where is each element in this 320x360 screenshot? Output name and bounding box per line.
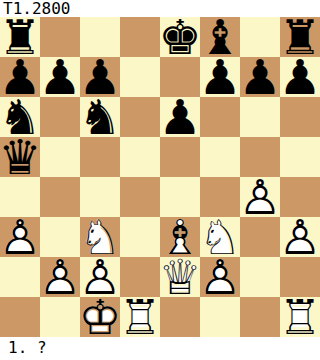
square-e1[interactable]: [160, 297, 200, 337]
white-pawn: ♙: [240, 177, 280, 217]
black-rook: ♜: [0, 17, 40, 57]
white-pawn-fill: ♟: [80, 257, 120, 297]
square-h6[interactable]: [280, 97, 320, 137]
square-b3[interactable]: [40, 217, 80, 257]
square-c5[interactable]: [80, 137, 120, 177]
square-b8[interactable]: [40, 17, 80, 57]
square-a2[interactable]: [0, 257, 40, 297]
black-bishop: ♝: [200, 17, 240, 57]
black-pawn: ♟: [40, 57, 80, 97]
black-knight: ♞: [80, 97, 120, 137]
square-b2[interactable]: ♟♙: [40, 257, 80, 297]
white-knight: ♘: [200, 217, 240, 257]
square-e4[interactable]: [160, 177, 200, 217]
white-queen: ♕: [160, 257, 200, 297]
square-e7[interactable]: [160, 57, 200, 97]
white-pawn-fill: ♟: [240, 177, 280, 217]
square-h1[interactable]: ♜♖: [280, 297, 320, 337]
black-pawn: ♟: [200, 57, 240, 97]
square-g2[interactable]: [240, 257, 280, 297]
square-d1[interactable]: ♜♖: [120, 297, 160, 337]
square-a7[interactable]: ♟: [0, 57, 40, 97]
black-pawn: ♟: [0, 57, 40, 97]
chess-board: ♜♚♝♜♟♟♟♟♟♟♞♞♟♛♟♙♟♙♞♘♝♗♞♘♟♙♟♙♟♙♛♕♟♙♚♔♜♖♜♖: [0, 17, 320, 337]
square-h3[interactable]: ♟♙: [280, 217, 320, 257]
square-a1[interactable]: [0, 297, 40, 337]
square-b5[interactable]: [40, 137, 80, 177]
square-c7[interactable]: ♟: [80, 57, 120, 97]
move-prompt: 1. ?: [0, 337, 320, 360]
square-a8[interactable]: ♜: [0, 17, 40, 57]
square-a5[interactable]: ♛: [0, 137, 40, 177]
white-rook-fill: ♜: [280, 297, 320, 337]
black-queen: ♛: [0, 137, 40, 177]
chess-puzzle-window: T1.2800 ♜♚♝♜♟♟♟♟♟♟♞♞♟♛♟♙♟♙♞♘♝♗♞♘♟♙♟♙♟♙♛♕…: [0, 0, 320, 360]
black-pawn: ♟: [160, 97, 200, 137]
black-king: ♚: [160, 17, 200, 57]
square-a4[interactable]: [0, 177, 40, 217]
square-d4[interactable]: [120, 177, 160, 217]
square-b1[interactable]: [40, 297, 80, 337]
white-knight-fill: ♞: [80, 217, 120, 257]
square-h2[interactable]: [280, 257, 320, 297]
square-h4[interactable]: [280, 177, 320, 217]
white-pawn: ♙: [280, 217, 320, 257]
square-f7[interactable]: ♟: [200, 57, 240, 97]
square-f2[interactable]: ♟♙: [200, 257, 240, 297]
square-g4[interactable]: ♟♙: [240, 177, 280, 217]
white-knight: ♘: [80, 217, 120, 257]
white-knight-fill: ♞: [200, 217, 240, 257]
square-e3[interactable]: ♝♗: [160, 217, 200, 257]
white-pawn-fill: ♟: [200, 257, 240, 297]
white-rook: ♖: [280, 297, 320, 337]
square-f4[interactable]: [200, 177, 240, 217]
square-f6[interactable]: [200, 97, 240, 137]
square-d8[interactable]: [120, 17, 160, 57]
square-f5[interactable]: [200, 137, 240, 177]
white-bishop: ♗: [160, 217, 200, 257]
black-pawn: ♟: [280, 57, 320, 97]
square-h5[interactable]: [280, 137, 320, 177]
black-pawn: ♟: [240, 57, 280, 97]
square-c2[interactable]: ♟♙: [80, 257, 120, 297]
square-c8[interactable]: [80, 17, 120, 57]
square-h8[interactable]: ♜: [280, 17, 320, 57]
square-c4[interactable]: [80, 177, 120, 217]
square-c6[interactable]: ♞: [80, 97, 120, 137]
white-pawn: ♙: [40, 257, 80, 297]
square-e8[interactable]: ♚: [160, 17, 200, 57]
square-a6[interactable]: ♞: [0, 97, 40, 137]
white-rook: ♖: [120, 297, 160, 337]
square-b6[interactable]: [40, 97, 80, 137]
square-d5[interactable]: [120, 137, 160, 177]
white-pawn: ♙: [200, 257, 240, 297]
square-g1[interactable]: [240, 297, 280, 337]
square-f3[interactable]: ♞♘: [200, 217, 240, 257]
square-d3[interactable]: [120, 217, 160, 257]
square-e5[interactable]: [160, 137, 200, 177]
square-f1[interactable]: [200, 297, 240, 337]
white-queen-fill: ♛: [160, 257, 200, 297]
white-rook-fill: ♜: [120, 297, 160, 337]
square-c1[interactable]: ♚♔: [80, 297, 120, 337]
square-g7[interactable]: ♟: [240, 57, 280, 97]
square-g5[interactable]: [240, 137, 280, 177]
square-h7[interactable]: ♟: [280, 57, 320, 97]
square-b7[interactable]: ♟: [40, 57, 80, 97]
square-d7[interactable]: [120, 57, 160, 97]
square-b4[interactable]: [40, 177, 80, 217]
square-e6[interactable]: ♟: [160, 97, 200, 137]
black-pawn: ♟: [80, 57, 120, 97]
square-d6[interactable]: [120, 97, 160, 137]
square-d2[interactable]: [120, 257, 160, 297]
white-pawn-fill: ♟: [0, 217, 40, 257]
square-a3[interactable]: ♟♙: [0, 217, 40, 257]
black-rook: ♜: [280, 17, 320, 57]
white-king-fill: ♚: [80, 297, 120, 337]
square-e2[interactable]: ♛♕: [160, 257, 200, 297]
square-g3[interactable]: [240, 217, 280, 257]
white-king: ♔: [80, 297, 120, 337]
square-f8[interactable]: ♝: [200, 17, 240, 57]
puzzle-title: T1.2800: [0, 0, 320, 17]
white-pawn: ♙: [0, 217, 40, 257]
black-knight: ♞: [0, 97, 40, 137]
white-pawn-fill: ♟: [40, 257, 80, 297]
square-g8[interactable]: [240, 17, 280, 57]
white-pawn: ♙: [80, 257, 120, 297]
white-bishop-fill: ♝: [160, 217, 200, 257]
white-pawn-fill: ♟: [280, 217, 320, 257]
square-c3[interactable]: ♞♘: [80, 217, 120, 257]
square-g6[interactable]: [240, 97, 280, 137]
